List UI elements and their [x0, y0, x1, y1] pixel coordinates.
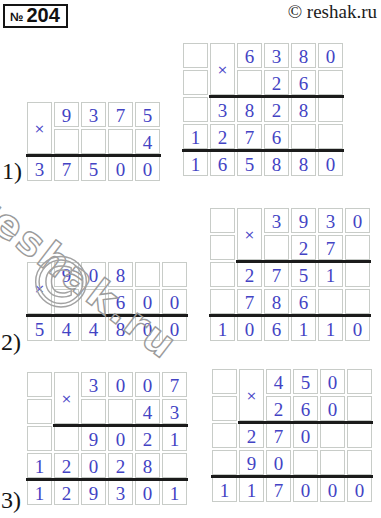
empty-cell [347, 369, 372, 394]
digit-cell: 2 [266, 396, 291, 421]
empty-cell [318, 70, 343, 95]
rule-line [209, 95, 344, 98]
empty-cell [293, 450, 318, 475]
empty-cell [347, 423, 372, 448]
digit-cell: 0 [162, 316, 187, 341]
digit-cell: 1 [291, 316, 316, 341]
digit-cell: 8 [291, 151, 316, 176]
empty-cell [81, 289, 106, 314]
digit-cell: 2 [135, 426, 160, 451]
digit-cell: 1 [162, 426, 187, 451]
empty-cell [318, 97, 343, 122]
digit-cell: 5 [293, 369, 318, 394]
digit-cell: 0 [135, 156, 160, 181]
digit-cell: 7 [266, 477, 291, 502]
rule-line [26, 154, 161, 157]
empty-cell [183, 97, 208, 122]
digit-cell: 7 [237, 289, 262, 314]
empty-cell [162, 453, 187, 478]
empty-cell [212, 396, 237, 421]
empty-cell [320, 423, 345, 448]
empty-cell [210, 235, 235, 260]
digit-cell: 0 [81, 453, 106, 478]
digit-cell: 6 [108, 289, 133, 314]
digit-cell: 1 [239, 477, 264, 502]
digit-cell: 8 [291, 43, 316, 68]
digit-cell: 9 [81, 480, 106, 505]
digit-cell: 0 [81, 262, 106, 287]
digit-cell: 5 [291, 262, 316, 287]
rule-line [211, 475, 373, 478]
empty-cell [318, 124, 343, 149]
digit-cell: 9 [291, 208, 316, 233]
digit-cell: 9 [54, 262, 79, 287]
digit-cell: 6 [264, 316, 289, 341]
digit-cell: 0 [345, 208, 370, 233]
numero-sign: № [10, 10, 23, 24]
digit-cell: 0 [293, 423, 318, 448]
site-credit-text: © reshak.ru [288, 1, 377, 23]
digit-cell: 5 [135, 102, 160, 127]
digit-cell: 7 [162, 372, 187, 397]
digit-cell: 5 [81, 156, 106, 181]
part-label-3: 3) [1, 487, 21, 514]
empty-cell [162, 262, 187, 287]
empty-cell [291, 124, 316, 149]
digit-cell: 0 [108, 372, 133, 397]
digit-cell: 7 [108, 102, 133, 127]
times-sign-cell: × [27, 262, 52, 314]
digit-cell: 7 [237, 124, 262, 149]
multiplication-grid-3007x43: ×300743902112028129301 [27, 372, 187, 505]
digit-cell: 2 [54, 480, 79, 505]
digit-cell: 1 [212, 477, 237, 502]
digit-cell: 5 [27, 316, 52, 341]
rule-line [26, 478, 188, 481]
empty-cell [81, 399, 106, 424]
digit-cell: 2 [239, 423, 264, 448]
digit-cell: 0 [318, 151, 343, 176]
digit-cell: 0 [135, 372, 160, 397]
digit-cell: 2 [264, 70, 289, 95]
digit-cell: 8 [264, 289, 289, 314]
digit-cell: 6 [291, 70, 316, 95]
empty-cell [210, 262, 235, 287]
digit-cell: 3 [81, 102, 106, 127]
digit-cell: 3 [162, 399, 187, 424]
empty-cell [345, 235, 370, 260]
task-number-box: № 204 [3, 4, 68, 28]
digit-cell: 6 [210, 151, 235, 176]
empty-cell [210, 289, 235, 314]
empty-cell [212, 423, 237, 448]
empty-cell [320, 450, 345, 475]
digit-cell: 3 [27, 156, 52, 181]
empty-cell [27, 399, 52, 424]
empty-cell [27, 426, 52, 451]
digit-cell: 9 [81, 426, 106, 451]
digit-cell: 0 [108, 426, 133, 451]
digit-cell: 2 [264, 97, 289, 122]
part-label-1: 1) [2, 158, 22, 185]
times-sign-cell: × [210, 43, 235, 95]
rule-line [53, 424, 188, 427]
digit-cell: 8 [264, 151, 289, 176]
digit-cell: 0 [320, 477, 345, 502]
digit-cell: 1 [210, 316, 235, 341]
digit-cell: 0 [347, 477, 372, 502]
empty-cell [237, 70, 262, 95]
digit-cell: 8 [108, 316, 133, 341]
rule-line [238, 421, 373, 424]
multiplication-grid-9375x4: ×9375437500 [27, 102, 160, 181]
empty-cell [108, 129, 133, 154]
empty-cell [345, 289, 370, 314]
digit-cell: 2 [108, 453, 133, 478]
empty-cell [183, 43, 208, 68]
digit-cell: 6 [293, 396, 318, 421]
digit-cell: 0 [293, 477, 318, 502]
digit-cell: 3 [81, 372, 106, 397]
digit-cell: 7 [264, 262, 289, 287]
digit-cell: 0 [162, 289, 187, 314]
task-number: 204 [26, 3, 59, 27]
digit-cell: 0 [237, 316, 262, 341]
digit-cell: 1 [27, 480, 52, 505]
multiplication-grid-3930x27: ×3930272751786106110 [210, 208, 370, 341]
digit-cell: 0 [135, 480, 160, 505]
empty-cell [54, 426, 79, 451]
rule-line [26, 314, 188, 317]
empty-cell [212, 369, 237, 394]
digit-cell: 8 [237, 97, 262, 122]
times-sign-cell: × [54, 372, 79, 424]
empty-cell [54, 289, 79, 314]
digit-cell: 7 [318, 235, 343, 260]
digit-cell: 2 [237, 262, 262, 287]
empty-cell [27, 372, 52, 397]
digit-cell: 3 [210, 97, 235, 122]
digit-cell: 2 [210, 124, 235, 149]
digit-cell: 6 [237, 43, 262, 68]
times-sign-cell: × [237, 208, 262, 260]
digit-cell: 9 [239, 450, 264, 475]
digit-cell: 0 [135, 316, 160, 341]
digit-cell: 2 [291, 235, 316, 260]
digit-cell: 0 [345, 316, 370, 341]
digit-cell: 1 [27, 453, 52, 478]
digit-cell: 3 [264, 43, 289, 68]
digit-cell: 5 [237, 151, 262, 176]
empty-cell [108, 399, 133, 424]
empty-cell [318, 289, 343, 314]
multiplication-grid-450x260: ×45026027090117000 [212, 369, 372, 502]
empty-cell [347, 396, 372, 421]
digit-cell: 8 [108, 262, 133, 287]
digit-cell: 7 [266, 423, 291, 448]
rule-line [209, 314, 371, 317]
digit-cell: 1 [318, 262, 343, 287]
empty-cell [54, 129, 79, 154]
part-label-2: 2) [1, 329, 21, 356]
empty-cell [345, 262, 370, 287]
multiplication-grid-908x600: ×908600544800 [27, 262, 187, 341]
times-sign-cell: × [239, 369, 264, 421]
digit-cell: 9 [54, 102, 79, 127]
empty-cell [212, 450, 237, 475]
digit-cell: 0 [266, 450, 291, 475]
digit-cell: 4 [81, 316, 106, 341]
digit-cell: 8 [135, 453, 160, 478]
empty-cell [347, 450, 372, 475]
rule-line [182, 149, 344, 152]
digit-cell: 4 [135, 399, 160, 424]
empty-cell [264, 235, 289, 260]
digit-cell: 4 [54, 316, 79, 341]
rule-line [236, 260, 371, 263]
empty-cell [135, 262, 160, 287]
digit-cell: 1 [183, 124, 208, 149]
digit-cell: 6 [291, 289, 316, 314]
digit-cell: 3 [264, 208, 289, 233]
digit-cell: 1 [162, 480, 187, 505]
digit-cell: 3 [108, 480, 133, 505]
digit-cell: 0 [320, 369, 345, 394]
digit-cell: 0 [135, 289, 160, 314]
multiplication-grid-6380x26: ×63802638281276165880 [183, 43, 343, 176]
digit-cell: 7 [54, 156, 79, 181]
empty-cell [81, 129, 106, 154]
digit-cell: 3 [318, 208, 343, 233]
empty-cell [210, 208, 235, 233]
digit-cell: 0 [108, 156, 133, 181]
digit-cell: 0 [318, 43, 343, 68]
digit-cell: 6 [264, 124, 289, 149]
digit-cell: 4 [266, 369, 291, 394]
worksheet-page: № 204 © reshak.ru ×9375437500 ×638026382… [0, 0, 381, 518]
digit-cell: 4 [135, 129, 160, 154]
digit-cell: 2 [54, 453, 79, 478]
empty-cell [183, 70, 208, 95]
digit-cell: 8 [291, 97, 316, 122]
digit-cell: 1 [183, 151, 208, 176]
times-sign-cell: × [27, 102, 52, 154]
digit-cell: 0 [320, 396, 345, 421]
digit-cell: 1 [318, 316, 343, 341]
